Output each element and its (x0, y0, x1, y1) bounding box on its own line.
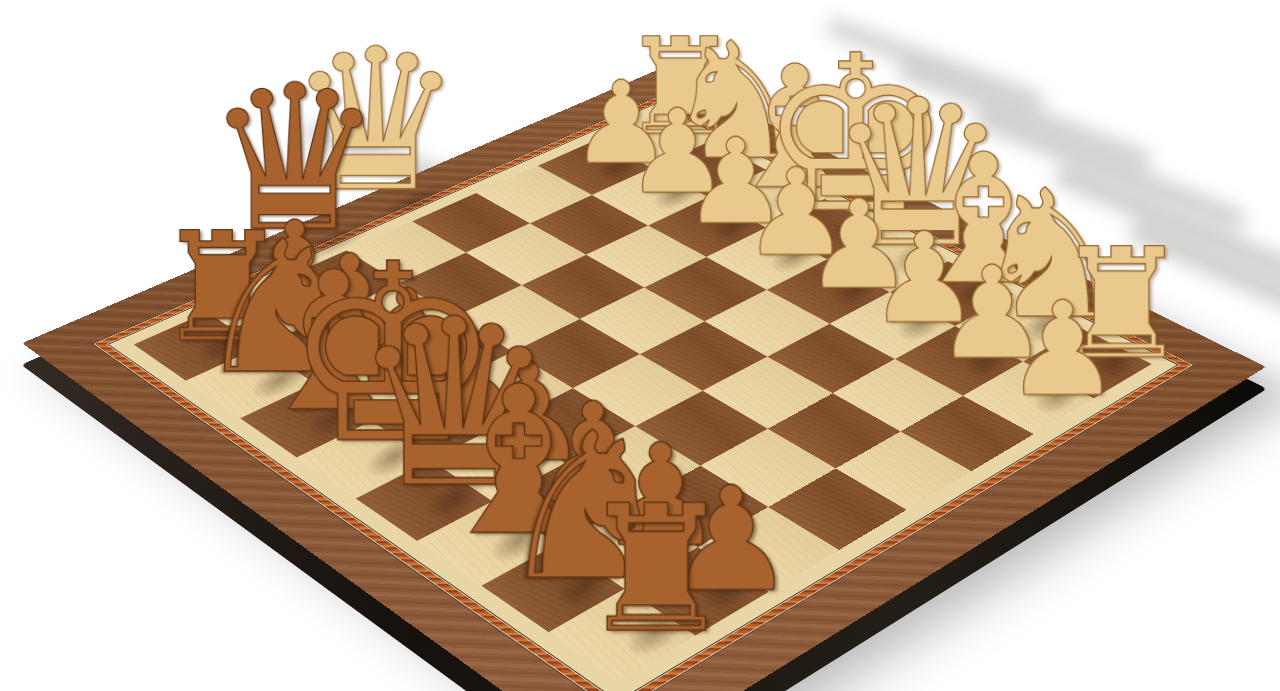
scene: ♜♟♟♜♞♟♟♞♝♟♟♝♚♟♟♚♛♟♟♛♝♟♟♝♞♟♟♞♜♟♟♜ ♛ ♛ (0, 0, 1280, 691)
board-frame: ♜♟♟♜♞♟♟♞♝♟♟♝♚♟♟♚♛♟♟♛♝♟♟♝♞♟♟♞♜♟♟♜ ♛ ♛ (22, 69, 1266, 691)
piece-white-pawn-a2[interactable]: ♟ (991, 285, 1134, 415)
playing-field: ♜♟♟♜♞♟♟♞♝♟♟♝♚♟♟♚♛♟♟♛♝♟♟♝♞♟♟♞♜♟♟♜ (134, 114, 1152, 681)
piece-black-rook-a8[interactable]: ♜ (560, 482, 753, 657)
chess-board: ♜♟♟♜♞♟♟♞♝♟♟♝♚♟♟♚♛♟♟♛♝♟♟♝♞♟♟♞♜♟♟♜ ♛ ♛ (22, 69, 1266, 691)
